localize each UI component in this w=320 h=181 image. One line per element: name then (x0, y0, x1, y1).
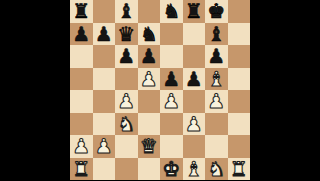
square-c1[interactable] (115, 158, 138, 181)
square-c6[interactable]: ♟ (115, 45, 138, 68)
square-a6[interactable] (70, 45, 93, 68)
square-e7[interactable] (160, 23, 183, 46)
square-f4[interactable] (183, 90, 206, 113)
square-d4[interactable] (138, 90, 161, 113)
piece-black-bishop: ♝ (207, 23, 225, 45)
square-h4[interactable] (228, 90, 251, 113)
square-e5[interactable]: ♟ (160, 68, 183, 91)
square-g1[interactable]: ♞ (205, 158, 228, 181)
square-d5[interactable]: ♟ (138, 68, 161, 91)
square-e2[interactable] (160, 135, 183, 158)
square-c5[interactable] (115, 68, 138, 91)
square-f2[interactable] (183, 135, 206, 158)
square-d6[interactable]: ♟ (138, 45, 161, 68)
piece-white-pawn: ♟ (162, 90, 180, 112)
square-a1[interactable]: ♜ (70, 158, 93, 181)
square-g6[interactable]: ♟ (205, 45, 228, 68)
piece-black-pawn: ♟ (185, 68, 203, 90)
square-f5[interactable]: ♟ (183, 68, 206, 91)
square-f6[interactable] (183, 45, 206, 68)
square-f3[interactable]: ♟ (183, 113, 206, 136)
square-f7[interactable] (183, 23, 206, 46)
piece-white-pawn: ♟ (140, 68, 158, 90)
square-h2[interactable] (228, 135, 251, 158)
square-h5[interactable] (228, 68, 251, 91)
square-g5[interactable]: ♝ (205, 68, 228, 91)
square-g7[interactable]: ♝ (205, 23, 228, 46)
square-d2[interactable]: ♛ (138, 135, 161, 158)
square-a7[interactable]: ♟ (70, 23, 93, 46)
square-e3[interactable] (160, 113, 183, 136)
piece-black-pawn: ♟ (95, 23, 113, 45)
square-a5[interactable] (70, 68, 93, 91)
square-e8[interactable]: ♞ (160, 0, 183, 23)
square-b4[interactable] (93, 90, 116, 113)
piece-black-pawn: ♟ (117, 45, 135, 67)
square-g2[interactable] (205, 135, 228, 158)
square-a8[interactable]: ♜ (70, 0, 93, 23)
square-f1[interactable]: ♝ (183, 158, 206, 181)
piece-white-bishop: ♝ (207, 68, 225, 90)
square-f8[interactable]: ♜ (183, 0, 206, 23)
piece-black-pawn: ♟ (72, 23, 90, 45)
square-b8[interactable] (93, 0, 116, 23)
square-g3[interactable] (205, 113, 228, 136)
square-b6[interactable] (93, 45, 116, 68)
piece-black-bishop: ♝ (117, 0, 135, 22)
piece-black-rook: ♜ (72, 0, 90, 22)
piece-black-king: ♚ (207, 0, 225, 22)
square-g4[interactable]: ♟ (205, 90, 228, 113)
piece-white-queen: ♛ (140, 135, 158, 157)
square-h8[interactable] (228, 0, 251, 23)
piece-white-rook: ♜ (72, 158, 90, 180)
square-g8[interactable]: ♚ (205, 0, 228, 23)
square-b2[interactable]: ♟ (93, 135, 116, 158)
piece-white-pawn: ♟ (207, 90, 225, 112)
square-d1[interactable] (138, 158, 161, 181)
piece-white-pawn: ♟ (72, 135, 90, 157)
square-b7[interactable]: ♟ (93, 23, 116, 46)
piece-white-knight: ♞ (207, 158, 225, 180)
piece-white-pawn: ♟ (117, 90, 135, 112)
square-h1[interactable]: ♜ (228, 158, 251, 181)
square-a3[interactable] (70, 113, 93, 136)
piece-black-pawn: ♟ (162, 68, 180, 90)
square-c8[interactable]: ♝ (115, 0, 138, 23)
piece-white-pawn: ♟ (185, 113, 203, 135)
piece-black-pawn: ♟ (140, 45, 158, 67)
square-c3[interactable]: ♞ (115, 113, 138, 136)
square-e6[interactable] (160, 45, 183, 68)
square-h3[interactable] (228, 113, 251, 136)
piece-black-knight: ♞ (140, 23, 158, 45)
square-d7[interactable]: ♞ (138, 23, 161, 46)
square-b5[interactable] (93, 68, 116, 91)
square-a2[interactable]: ♟ (70, 135, 93, 158)
piece-white-king: ♚ (162, 158, 180, 180)
square-c7[interactable]: ♛ (115, 23, 138, 46)
piece-white-knight: ♞ (117, 113, 135, 135)
piece-black-rook: ♜ (185, 0, 203, 22)
piece-black-pawn: ♟ (207, 45, 225, 67)
square-c2[interactable] (115, 135, 138, 158)
square-a4[interactable] (70, 90, 93, 113)
square-c4[interactable]: ♟ (115, 90, 138, 113)
chess-board: ♜♝♞♜♚♟♟♛♞♝♟♟♟♟♟♟♝♟♟♟♞♟♟♟♛♜♚♝♞♜ (70, 0, 250, 180)
square-h6[interactable] (228, 45, 251, 68)
square-e4[interactable]: ♟ (160, 90, 183, 113)
screenshot-background: ♜♝♞♜♚♟♟♛♞♝♟♟♟♟♟♟♝♟♟♟♞♟♟♟♛♜♚♝♞♜ (0, 0, 320, 180)
square-b1[interactable] (93, 158, 116, 181)
piece-white-bishop: ♝ (185, 158, 203, 180)
square-e1[interactable]: ♚ (160, 158, 183, 181)
square-b3[interactable] (93, 113, 116, 136)
piece-white-rook: ♜ (230, 158, 248, 180)
square-h7[interactable] (228, 23, 251, 46)
square-d3[interactable] (138, 113, 161, 136)
piece-black-queen: ♛ (117, 23, 135, 45)
piece-white-pawn: ♟ (95, 135, 113, 157)
piece-black-knight: ♞ (162, 0, 180, 22)
square-d8[interactable] (138, 0, 161, 23)
